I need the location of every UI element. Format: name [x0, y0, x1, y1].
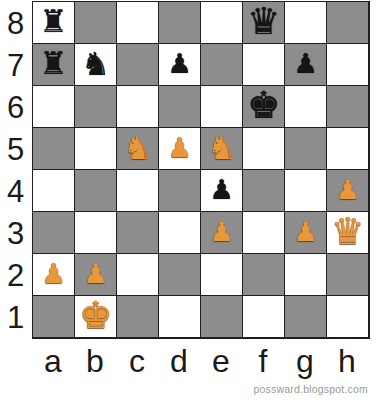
- square-d1[interactable]: [159, 296, 201, 338]
- square-d2[interactable]: [159, 254, 201, 296]
- white-knight-icon: ♞: [123, 132, 152, 164]
- square-a8[interactable]: ♜: [33, 2, 75, 44]
- rank-labels: 87654321: [0, 2, 31, 338]
- square-d3[interactable]: [159, 212, 201, 254]
- square-c2[interactable]: [117, 254, 159, 296]
- square-d6[interactable]: [159, 86, 201, 128]
- square-b6[interactable]: [75, 86, 117, 128]
- white-pawn-icon: ♟: [335, 176, 359, 203]
- square-e2[interactable]: [201, 254, 243, 296]
- white-pawn-icon: ♟: [293, 218, 317, 245]
- rank-label-4: 4: [0, 170, 31, 212]
- square-g4[interactable]: [285, 170, 327, 212]
- file-label-g: g: [284, 341, 326, 381]
- watermark-text: possward.blogspot.com: [253, 383, 368, 395]
- square-e4[interactable]: ♟: [201, 170, 243, 212]
- square-f7[interactable]: [243, 44, 285, 86]
- square-g3[interactable]: ♟: [285, 212, 327, 254]
- chess-board: ♜♛♜♞♟♟♚♞♟♞♟♟♟♟♛♟♟♚: [32, 1, 370, 339]
- white-pawn-icon: ♟: [209, 218, 233, 245]
- square-a1[interactable]: [33, 296, 75, 338]
- square-a3[interactable]: [33, 212, 75, 254]
- square-b1[interactable]: ♚: [75, 296, 117, 338]
- black-pawn-icon: ♟: [293, 50, 317, 77]
- square-g8[interactable]: [285, 2, 327, 44]
- rank-label-6: 6: [0, 86, 31, 128]
- square-h1[interactable]: [327, 296, 369, 338]
- square-f3[interactable]: [243, 212, 285, 254]
- square-d8[interactable]: [159, 2, 201, 44]
- square-e1[interactable]: [201, 296, 243, 338]
- square-c5[interactable]: ♞: [117, 128, 159, 170]
- rank-label-5: 5: [0, 128, 31, 170]
- black-rook-icon: ♜: [40, 48, 68, 79]
- square-g7[interactable]: ♟: [285, 44, 327, 86]
- square-e5[interactable]: ♞: [201, 128, 243, 170]
- square-a4[interactable]: [33, 170, 75, 212]
- square-b7[interactable]: ♞: [75, 44, 117, 86]
- square-a6[interactable]: [33, 86, 75, 128]
- square-d4[interactable]: [159, 170, 201, 212]
- square-e7[interactable]: [201, 44, 243, 86]
- white-knight-icon: ♞: [207, 132, 236, 164]
- square-a2[interactable]: ♟: [33, 254, 75, 296]
- white-queen-icon: ♛: [331, 213, 364, 250]
- square-e8[interactable]: [201, 2, 243, 44]
- file-label-d: d: [158, 341, 200, 381]
- square-b4[interactable]: [75, 170, 117, 212]
- file-label-c: c: [116, 341, 158, 381]
- square-d5[interactable]: ♟: [159, 128, 201, 170]
- black-king-icon: ♚: [247, 87, 280, 124]
- file-labels: abcdefgh: [32, 341, 370, 381]
- file-label-e: e: [200, 341, 242, 381]
- square-b5[interactable]: [75, 128, 117, 170]
- square-g1[interactable]: [285, 296, 327, 338]
- rank-label-8: 8: [0, 2, 31, 44]
- white-pawn-icon: ♟: [41, 260, 65, 287]
- square-c6[interactable]: [117, 86, 159, 128]
- square-c4[interactable]: [117, 170, 159, 212]
- square-f5[interactable]: [243, 128, 285, 170]
- square-g2[interactable]: [285, 254, 327, 296]
- square-b2[interactable]: ♟: [75, 254, 117, 296]
- square-b8[interactable]: [75, 2, 117, 44]
- black-pawn-icon: ♟: [167, 50, 191, 77]
- square-h5[interactable]: [327, 128, 369, 170]
- black-rook-icon: ♜: [40, 6, 68, 37]
- white-king-icon: ♚: [79, 297, 112, 334]
- rank-label-3: 3: [0, 212, 31, 254]
- square-f1[interactable]: [243, 296, 285, 338]
- square-a7[interactable]: ♜: [33, 44, 75, 86]
- square-e3[interactable]: ♟: [201, 212, 243, 254]
- square-c8[interactable]: [117, 2, 159, 44]
- white-pawn-icon: ♟: [83, 260, 107, 287]
- black-pawn-icon: ♟: [209, 176, 233, 203]
- square-f2[interactable]: [243, 254, 285, 296]
- square-b3[interactable]: [75, 212, 117, 254]
- rank-label-7: 7: [0, 44, 31, 86]
- square-h3[interactable]: ♛: [327, 212, 369, 254]
- file-label-b: b: [74, 341, 116, 381]
- rank-label-2: 2: [0, 254, 31, 296]
- square-a5[interactable]: [33, 128, 75, 170]
- square-g6[interactable]: [285, 86, 327, 128]
- black-knight-icon: ♞: [81, 48, 110, 80]
- square-h2[interactable]: [327, 254, 369, 296]
- square-c7[interactable]: [117, 44, 159, 86]
- square-c1[interactable]: [117, 296, 159, 338]
- square-f8[interactable]: ♛: [243, 2, 285, 44]
- file-label-f: f: [242, 341, 284, 381]
- square-h8[interactable]: [327, 2, 369, 44]
- square-g5[interactable]: [285, 128, 327, 170]
- rank-label-1: 1: [0, 296, 31, 338]
- square-f4[interactable]: [243, 170, 285, 212]
- square-c3[interactable]: [117, 212, 159, 254]
- white-pawn-icon: ♟: [167, 134, 191, 161]
- square-h7[interactable]: [327, 44, 369, 86]
- file-label-h: h: [326, 341, 368, 381]
- square-h4[interactable]: ♟: [327, 170, 369, 212]
- file-label-a: a: [32, 341, 74, 381]
- square-f6[interactable]: ♚: [243, 86, 285, 128]
- chess-diagram: 87654321 ♜♛♜♞♟♟♚♞♟♞♟♟♟♟♛♟♟♚ abcdefgh pos…: [0, 0, 379, 400]
- square-d7[interactable]: ♟: [159, 44, 201, 86]
- square-e6[interactable]: [201, 86, 243, 128]
- square-h6[interactable]: [327, 86, 369, 128]
- black-queen-icon: ♛: [247, 3, 280, 40]
